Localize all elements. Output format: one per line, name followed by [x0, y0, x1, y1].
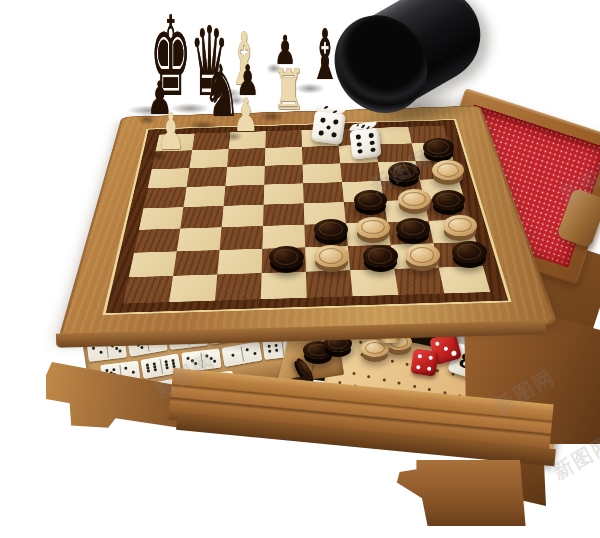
domino-pip — [147, 369, 150, 372]
die-pip — [354, 123, 359, 126]
cribbage-hole — [428, 388, 432, 392]
checker-light-f5[interactable] — [398, 189, 431, 209]
checker-dark-f3[interactable] — [363, 245, 398, 267]
die-pip — [370, 147, 375, 152]
square-h1[interactable] — [439, 266, 491, 293]
die-pip — [434, 341, 439, 346]
die-pip — [355, 134, 360, 139]
die-pip — [319, 116, 325, 122]
square-b1[interactable] — [169, 274, 217, 302]
square-d6[interactable] — [264, 165, 303, 185]
domino-pip — [118, 349, 121, 352]
square-b6[interactable] — [187, 167, 228, 187]
square-d8[interactable] — [265, 130, 302, 148]
cribbage-hole — [405, 363, 409, 367]
checker-light-e4[interactable] — [356, 217, 390, 238]
die-pip — [442, 345, 447, 350]
die-pip — [331, 132, 337, 138]
cribbage-hole — [397, 381, 401, 385]
checker-dark-d4[interactable] — [314, 219, 348, 240]
cribbage-hole — [412, 385, 416, 389]
square-d5[interactable] — [264, 183, 304, 204]
square-e7[interactable] — [302, 146, 340, 165]
square-d4[interactable] — [263, 203, 304, 226]
square-b7[interactable] — [189, 149, 228, 168]
die-pip — [322, 105, 328, 108]
die-pip — [368, 132, 373, 137]
square-a5[interactable] — [143, 187, 186, 208]
white-die-1[interactable] — [310, 109, 345, 144]
square-e6[interactable] — [303, 163, 342, 183]
square-c7[interactable] — [227, 148, 265, 167]
domino-pip — [99, 351, 102, 354]
square-a6[interactable] — [148, 168, 190, 188]
white-die-2[interactable] — [349, 127, 381, 159]
square-e5[interactable] — [303, 182, 344, 203]
square-c6[interactable] — [225, 166, 264, 186]
square-d7[interactable] — [265, 147, 303, 166]
die-pip — [451, 350, 456, 355]
square-a4[interactable] — [139, 207, 184, 230]
cribbage-hole — [352, 372, 356, 376]
box-foot-right — [394, 460, 534, 526]
square-b3[interactable] — [177, 227, 222, 251]
die-pip — [357, 148, 362, 153]
checker-dark-c3[interactable] — [269, 246, 304, 268]
domino-pip — [153, 368, 156, 371]
board-wrap — [40, 0, 560, 344]
die-pip — [428, 355, 433, 360]
checker-light-g3[interactable] — [405, 244, 440, 266]
chess-board — [58, 106, 558, 340]
square-e1[interactable] — [306, 270, 353, 297]
product-photo-scene: 8 ♚♛♝♟♟♝♞♟♜♟♟新图网新图网新图网新图网新图网 — [0, 0, 600, 538]
domino-pip — [231, 353, 234, 356]
square-b5[interactable] — [184, 186, 226, 207]
die-pip — [331, 109, 337, 112]
square-g1[interactable] — [394, 268, 444, 295]
square-b2[interactable] — [173, 250, 220, 276]
checker-light-d3[interactable] — [314, 245, 349, 267]
die-pip — [365, 125, 370, 128]
die-pip — [360, 124, 365, 127]
red-die-2[interactable] — [410, 348, 438, 376]
square-c2[interactable] — [217, 249, 262, 275]
checker-light-h4[interactable] — [443, 215, 477, 236]
cribbage-hole — [382, 378, 386, 382]
cribbage-hole — [436, 369, 440, 373]
die-pip — [417, 354, 422, 359]
checker-dark-g5[interactable] — [432, 190, 465, 210]
domino-pip — [125, 367, 128, 370]
cribbage-hole — [390, 359, 394, 363]
die-pip — [426, 366, 431, 371]
checker-dark-h3[interactable] — [452, 241, 487, 263]
checker-light-g6[interactable] — [432, 160, 464, 180]
domino-pip — [112, 368, 115, 371]
checker-dark-f4[interactable] — [396, 218, 430, 239]
domino-pip — [131, 371, 134, 374]
die-pip — [333, 118, 339, 124]
die-pip — [317, 130, 323, 136]
domino-pip — [92, 347, 95, 350]
square-d1[interactable] — [261, 272, 307, 300]
square-a1[interactable] — [123, 276, 173, 304]
square-a2[interactable] — [129, 251, 177, 277]
square-c4[interactable] — [222, 205, 264, 228]
die-pip — [369, 140, 374, 145]
square-a3[interactable] — [134, 229, 180, 253]
cribbage-hole — [367, 375, 371, 379]
square-b4[interactable] — [180, 206, 223, 229]
die-pip — [356, 141, 361, 146]
die-pip — [325, 124, 331, 130]
square-c3[interactable] — [220, 226, 263, 250]
square-c5[interactable] — [224, 185, 265, 206]
die-pip — [416, 364, 421, 369]
square-f1[interactable] — [350, 269, 398, 296]
square-c1[interactable] — [215, 273, 262, 301]
